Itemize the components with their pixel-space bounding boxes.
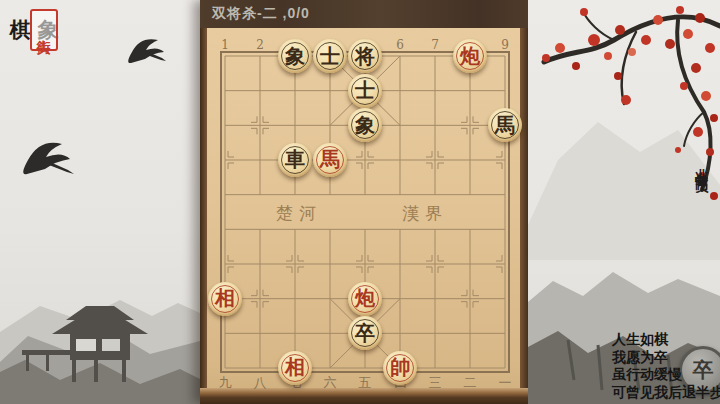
piece-red-K[interactable]: 帥 bbox=[383, 351, 417, 385]
piece-black-a[interactable]: 士 bbox=[313, 39, 347, 73]
logo-seal: 街头 bbox=[30, 9, 58, 51]
piece-black-p[interactable]: 卒 bbox=[348, 316, 382, 350]
piece-glyph: 卒 bbox=[348, 316, 382, 350]
poem-line: 可曾见我后退半步 bbox=[612, 384, 720, 402]
piece-glyph: 帥 bbox=[383, 351, 417, 385]
poem-line: 我愿为卒 bbox=[612, 349, 720, 367]
piece-glyph: 将 bbox=[348, 39, 382, 73]
piece-glyph: 炮 bbox=[453, 39, 487, 73]
piece-glyph: 象 bbox=[348, 108, 382, 142]
piece-red-N[interactable]: 馬 bbox=[313, 143, 347, 177]
piece-black-n[interactable]: 馬 bbox=[488, 108, 522, 142]
piece-glyph: 士 bbox=[348, 74, 382, 108]
poem-line: 虽行动缓慢 bbox=[612, 366, 720, 384]
logo-title: 象棋 bbox=[6, 2, 62, 4]
piece-black-b[interactable]: 象 bbox=[278, 39, 312, 73]
piece-black-b[interactable]: 象 bbox=[348, 108, 382, 142]
board-column: 双将杀-二 ,0/0 123456789九八七六五四三二一楚河漢界 象士将炮士象… bbox=[200, 0, 528, 404]
piece-black-a[interactable]: 士 bbox=[348, 74, 382, 108]
piece-black-r[interactable]: 車 bbox=[278, 143, 312, 177]
left-panel: 象棋 街头 bbox=[0, 0, 200, 404]
crane-icon bbox=[128, 39, 166, 63]
title-bar: 双将杀-二 ,0/0 bbox=[200, 0, 528, 28]
app: 象棋 街头 双将杀-二 ,0/0 123456789九八七六五四三二一楚河漢界 … bbox=[0, 0, 720, 404]
crane-icon bbox=[23, 143, 74, 175]
xiangqi-board[interactable]: 123456789九八七六五四三二一楚河漢界 象士将炮士象馬車馬相炮卒相帥 bbox=[200, 28, 528, 404]
piece-glyph: 相 bbox=[278, 351, 312, 385]
puzzle-title: 双将杀-二 ,0/0 bbox=[212, 5, 310, 23]
piece-glyph: 馬 bbox=[488, 108, 522, 142]
piece-glyph: 馬 bbox=[313, 143, 347, 177]
piece-glyph: 炮 bbox=[348, 282, 382, 316]
player-name: 业叁守門员 bbox=[692, 158, 710, 173]
piece-grid[interactable]: 象士将炮士象馬車馬相炮卒相帥 bbox=[208, 39, 523, 386]
piece-glyph: 象 bbox=[278, 39, 312, 73]
piece-glyph: 士 bbox=[313, 39, 347, 73]
right-panel: 业叁守門员 卒 人生如棋我愿为卒虽行动缓慢可曾见我后退半步 bbox=[528, 0, 720, 404]
poem: 人生如棋我愿为卒虽行动缓慢可曾见我后退半步 bbox=[612, 331, 720, 401]
piece-black-k[interactable]: 将 bbox=[348, 39, 382, 73]
piece-red-C[interactable]: 炮 bbox=[453, 39, 487, 73]
piece-red-B[interactable]: 相 bbox=[208, 282, 242, 316]
piece-glyph: 車 bbox=[278, 143, 312, 177]
poem-line: 人生如棋 bbox=[612, 331, 720, 349]
faint-mountain bbox=[528, 122, 720, 260]
left-ink-art bbox=[0, 0, 200, 404]
piece-red-B[interactable]: 相 bbox=[278, 351, 312, 385]
piece-glyph: 相 bbox=[208, 282, 242, 316]
piece-red-C[interactable]: 炮 bbox=[348, 282, 382, 316]
